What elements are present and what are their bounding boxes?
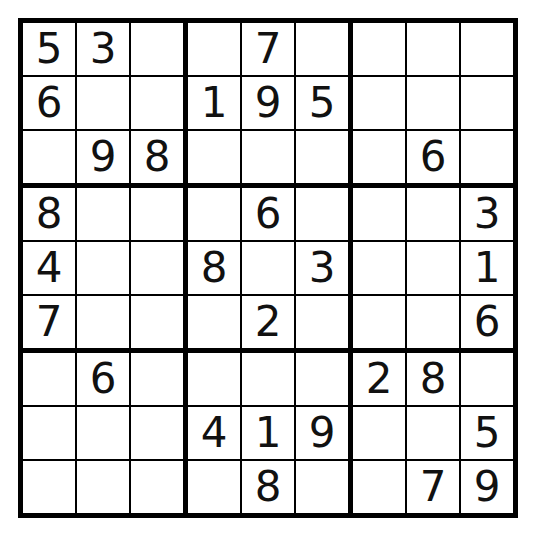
cell-r6c8[interactable] bbox=[407, 296, 461, 353]
cell-r8c3[interactable] bbox=[131, 407, 188, 461]
cell-r5c5[interactable] bbox=[242, 242, 296, 296]
cell-r4c9[interactable]: 3 bbox=[461, 188, 513, 242]
cell-r3c9[interactable] bbox=[461, 131, 513, 188]
cell-r1c6[interactable] bbox=[296, 23, 353, 77]
cell-r5c6[interactable]: 3 bbox=[296, 242, 353, 296]
cell-r8c1[interactable] bbox=[23, 407, 77, 461]
cell-r4c5[interactable]: 6 bbox=[242, 188, 296, 242]
cell-r4c6[interactable] bbox=[296, 188, 353, 242]
cell-r1c3[interactable] bbox=[131, 23, 188, 77]
cell-r8c2[interactable] bbox=[77, 407, 131, 461]
cell-r7c1[interactable] bbox=[23, 353, 77, 407]
cell-r1c5[interactable]: 7 bbox=[242, 23, 296, 77]
cell-r9c8[interactable]: 7 bbox=[407, 461, 461, 513]
cell-r6c3[interactable] bbox=[131, 296, 188, 353]
cell-r7c5[interactable] bbox=[242, 353, 296, 407]
cell-r1c1[interactable]: 5 bbox=[23, 23, 77, 77]
cell-r1c9[interactable] bbox=[461, 23, 513, 77]
sudoku-board: 537619598686348317266284195879 bbox=[18, 18, 518, 518]
cell-r3c2[interactable]: 9 bbox=[77, 131, 131, 188]
cell-r4c3[interactable] bbox=[131, 188, 188, 242]
cell-r3c5[interactable] bbox=[242, 131, 296, 188]
cell-r4c4[interactable] bbox=[188, 188, 242, 242]
cell-r4c7[interactable] bbox=[353, 188, 407, 242]
cell-r4c8[interactable] bbox=[407, 188, 461, 242]
cell-r2c6[interactable]: 5 bbox=[296, 77, 353, 131]
cell-r3c6[interactable] bbox=[296, 131, 353, 188]
cell-r7c7[interactable]: 2 bbox=[353, 353, 407, 407]
cell-r9c2[interactable] bbox=[77, 461, 131, 513]
cell-r8c6[interactable]: 9 bbox=[296, 407, 353, 461]
cell-r8c4[interactable]: 4 bbox=[188, 407, 242, 461]
cell-r6c1[interactable]: 7 bbox=[23, 296, 77, 353]
sudoku-page: 537619598686348317266284195879 bbox=[0, 0, 536, 536]
cell-r7c3[interactable] bbox=[131, 353, 188, 407]
cell-r2c3[interactable] bbox=[131, 77, 188, 131]
cell-r4c2[interactable] bbox=[77, 188, 131, 242]
cell-r1c2[interactable]: 3 bbox=[77, 23, 131, 77]
cell-r2c2[interactable] bbox=[77, 77, 131, 131]
cell-r3c7[interactable] bbox=[353, 131, 407, 188]
cell-r7c9[interactable] bbox=[461, 353, 513, 407]
cell-r7c2[interactable]: 6 bbox=[77, 353, 131, 407]
cell-r2c9[interactable] bbox=[461, 77, 513, 131]
cell-r1c4[interactable] bbox=[188, 23, 242, 77]
cell-r6c4[interactable] bbox=[188, 296, 242, 353]
cell-r5c3[interactable] bbox=[131, 242, 188, 296]
cell-r7c4[interactable] bbox=[188, 353, 242, 407]
cell-r1c8[interactable] bbox=[407, 23, 461, 77]
cell-r5c7[interactable] bbox=[353, 242, 407, 296]
cell-r9c9[interactable]: 9 bbox=[461, 461, 513, 513]
cell-r6c6[interactable] bbox=[296, 296, 353, 353]
cell-r5c9[interactable]: 1 bbox=[461, 242, 513, 296]
cell-r1c7[interactable] bbox=[353, 23, 407, 77]
cell-r9c6[interactable] bbox=[296, 461, 353, 513]
cell-r9c4[interactable] bbox=[188, 461, 242, 513]
cell-r2c7[interactable] bbox=[353, 77, 407, 131]
cell-r3c8[interactable]: 6 bbox=[407, 131, 461, 188]
cell-r5c2[interactable] bbox=[77, 242, 131, 296]
cell-r6c9[interactable]: 6 bbox=[461, 296, 513, 353]
cell-r4c1[interactable]: 8 bbox=[23, 188, 77, 242]
cell-r6c7[interactable] bbox=[353, 296, 407, 353]
cell-r7c6[interactable] bbox=[296, 353, 353, 407]
cell-r5c1[interactable]: 4 bbox=[23, 242, 77, 296]
cell-r5c4[interactable]: 8 bbox=[188, 242, 242, 296]
cell-r2c8[interactable] bbox=[407, 77, 461, 131]
cell-r9c1[interactable] bbox=[23, 461, 77, 513]
cell-r8c7[interactable] bbox=[353, 407, 407, 461]
cell-r6c2[interactable] bbox=[77, 296, 131, 353]
cell-r5c8[interactable] bbox=[407, 242, 461, 296]
cell-r2c1[interactable]: 6 bbox=[23, 77, 77, 131]
cell-r8c8[interactable] bbox=[407, 407, 461, 461]
cell-r3c3[interactable]: 8 bbox=[131, 131, 188, 188]
cell-r8c9[interactable]: 5 bbox=[461, 407, 513, 461]
cell-r2c5[interactable]: 9 bbox=[242, 77, 296, 131]
cell-r6c5[interactable]: 2 bbox=[242, 296, 296, 353]
cell-r9c7[interactable] bbox=[353, 461, 407, 513]
cell-r3c4[interactable] bbox=[188, 131, 242, 188]
cell-r9c5[interactable]: 8 bbox=[242, 461, 296, 513]
cell-r7c8[interactable]: 8 bbox=[407, 353, 461, 407]
cell-r8c5[interactable]: 1 bbox=[242, 407, 296, 461]
cell-r2c4[interactable]: 1 bbox=[188, 77, 242, 131]
cell-r9c3[interactable] bbox=[131, 461, 188, 513]
cell-r3c1[interactable] bbox=[23, 131, 77, 188]
